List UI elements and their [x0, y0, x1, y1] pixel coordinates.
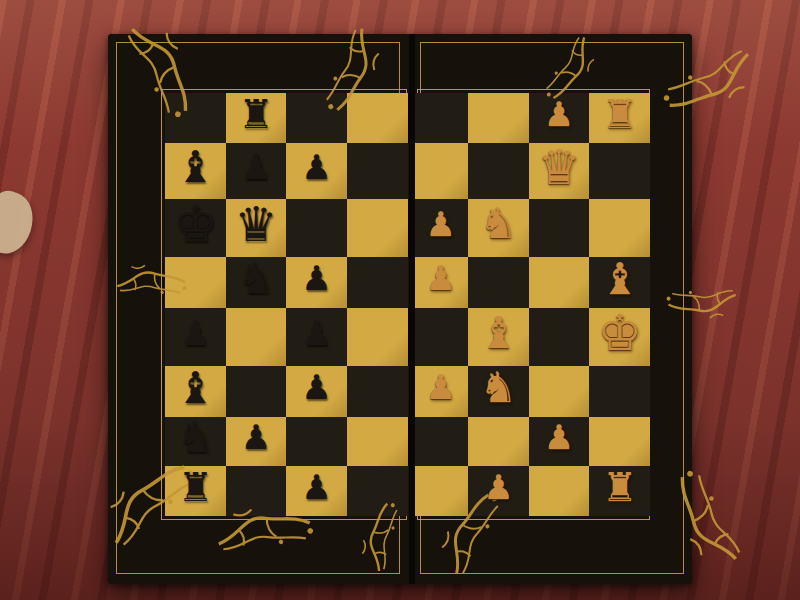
black-pawn[interactable]: ♟	[301, 467, 331, 507]
square-h7[interactable]	[589, 143, 650, 199]
white-pawn[interactable]: ♟	[544, 94, 574, 134]
square-c7[interactable]: ♟	[286, 143, 347, 199]
square-h5[interactable]: ♝	[589, 257, 650, 308]
white-knight[interactable]: ♞	[480, 363, 518, 412]
square-b8[interactable]: ♜	[226, 93, 287, 143]
square-h2[interactable]	[589, 417, 650, 467]
square-b6[interactable]: ♛	[226, 199, 287, 257]
black-queen[interactable]: ♛	[234, 196, 277, 252]
square-a7[interactable]: ♝	[165, 143, 226, 199]
square-e8[interactable]	[408, 93, 469, 143]
black-king[interactable]: ♚	[173, 195, 218, 253]
square-a8[interactable]	[165, 93, 226, 143]
white-pawn[interactable]: ♟	[544, 417, 574, 457]
black-pawn[interactable]: ♟	[301, 367, 331, 407]
white-knight[interactable]: ♞	[480, 199, 518, 248]
square-f4[interactable]: ♝	[468, 308, 529, 366]
square-b2[interactable]: ♟	[226, 417, 287, 467]
square-e5[interactable]: ♟	[408, 257, 469, 308]
black-knight[interactable]: ♞	[176, 413, 214, 462]
black-bishop[interactable]: ♝	[176, 362, 215, 413]
square-f8[interactable]	[468, 93, 529, 143]
square-a4[interactable]: ♟	[165, 308, 226, 366]
square-d7[interactable]	[347, 143, 408, 199]
black-pawn[interactable]: ♟	[241, 147, 271, 187]
square-h6[interactable]	[589, 199, 650, 257]
square-b4[interactable]	[226, 308, 287, 366]
black-pawn[interactable]: ♟	[241, 417, 271, 457]
square-c5[interactable]: ♟	[286, 257, 347, 308]
square-d3[interactable]	[347, 366, 408, 417]
square-d2[interactable]	[347, 417, 408, 467]
square-g4[interactable]	[529, 308, 590, 366]
black-knight[interactable]: ♞	[237, 254, 275, 303]
square-h4[interactable]: ♚	[589, 308, 650, 366]
square-b1[interactable]	[226, 466, 287, 516]
chess-board: ♜♟♜♝♟♟♛♚♛♟♞♞♟♟♝♟♟♝♚♝♟♟♞♞♟♟♜♟♟♜	[108, 34, 692, 584]
square-d5[interactable]	[347, 257, 408, 308]
square-a2[interactable]: ♞	[165, 417, 226, 467]
black-rook[interactable]: ♜	[177, 464, 213, 510]
square-g1[interactable]	[529, 466, 590, 516]
square-d4[interactable]	[347, 308, 408, 366]
square-f6[interactable]: ♞	[468, 199, 529, 257]
black-pawn[interactable]: ♟	[180, 313, 210, 353]
square-a1[interactable]: ♜	[165, 466, 226, 516]
white-pawn[interactable]: ♟	[426, 367, 456, 407]
square-h8[interactable]: ♜	[589, 93, 650, 143]
square-e7[interactable]	[408, 143, 469, 199]
white-pawn[interactable]: ♟	[483, 467, 513, 507]
square-e6[interactable]: ♟	[408, 199, 469, 257]
white-pawn[interactable]: ♟	[426, 204, 456, 244]
black-pawn[interactable]: ♟	[301, 313, 331, 353]
square-a3[interactable]: ♝	[165, 366, 226, 417]
square-e3[interactable]: ♟	[408, 366, 469, 417]
board-grid: ♜♟♜♝♟♟♛♚♛♟♞♞♟♟♝♟♟♝♚♝♟♟♞♞♟♟♜♟♟♜	[165, 93, 650, 516]
square-e4[interactable]	[408, 308, 469, 366]
square-h1[interactable]: ♜	[589, 466, 650, 516]
square-g7[interactable]: ♛	[529, 143, 590, 199]
square-c1[interactable]: ♟	[286, 466, 347, 516]
white-king[interactable]: ♚	[597, 304, 642, 362]
square-c8[interactable]	[286, 93, 347, 143]
board-hinge	[409, 34, 415, 584]
square-d6[interactable]	[347, 199, 408, 257]
white-bishop[interactable]: ♝	[479, 307, 518, 358]
black-pawn[interactable]: ♟	[301, 147, 331, 187]
square-f3[interactable]: ♞	[468, 366, 529, 417]
square-b7[interactable]: ♟	[226, 143, 287, 199]
square-c2[interactable]	[286, 417, 347, 467]
square-b3[interactable]	[226, 366, 287, 417]
square-f5[interactable]	[468, 257, 529, 308]
square-g2[interactable]: ♟	[529, 417, 590, 467]
square-g8[interactable]: ♟	[529, 93, 590, 143]
square-f7[interactable]	[468, 143, 529, 199]
square-f2[interactable]	[468, 417, 529, 467]
square-g6[interactable]	[529, 199, 590, 257]
square-g3[interactable]	[529, 366, 590, 417]
square-e1[interactable]	[408, 466, 469, 516]
square-f1[interactable]: ♟	[468, 466, 529, 516]
square-c4[interactable]: ♟	[286, 308, 347, 366]
white-rook[interactable]: ♜	[602, 91, 638, 137]
white-bishop[interactable]: ♝	[600, 253, 639, 304]
white-rook[interactable]: ♜	[602, 464, 638, 510]
photo-scene: ♜♟♜♝♟♟♛♚♛♟♞♞♟♟♝♟♟♝♚♝♟♟♞♞♟♟♜♟♟♜	[0, 0, 800, 600]
white-queen[interactable]: ♛	[538, 139, 581, 195]
square-b5[interactable]: ♞	[226, 257, 287, 308]
black-bishop[interactable]: ♝	[176, 141, 215, 192]
square-a6[interactable]: ♚	[165, 199, 226, 257]
square-d8[interactable]	[347, 93, 408, 143]
square-c3[interactable]: ♟	[286, 366, 347, 417]
square-c6[interactable]	[286, 199, 347, 257]
black-pawn[interactable]: ♟	[301, 258, 331, 298]
square-e2[interactable]	[408, 417, 469, 467]
square-g5[interactable]	[529, 257, 590, 308]
square-a5[interactable]	[165, 257, 226, 308]
square-d1[interactable]	[347, 466, 408, 516]
black-rook[interactable]: ♜	[238, 91, 274, 137]
white-pawn[interactable]: ♟	[426, 258, 456, 298]
square-h3[interactable]	[589, 366, 650, 417]
